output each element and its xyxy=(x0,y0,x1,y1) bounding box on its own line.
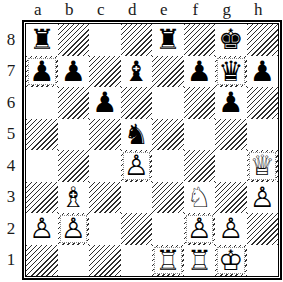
rank-label-3: 3 xyxy=(0,182,22,214)
square-b4[interactable] xyxy=(58,150,90,182)
rank-labels-column: 87654321 xyxy=(0,20,22,280)
square-d6[interactable] xyxy=(121,87,153,119)
black-rook-e8[interactable]: ♜ xyxy=(155,24,180,56)
black-pawn-a7[interactable]: ♟ xyxy=(29,56,54,88)
square-e6[interactable] xyxy=(152,87,184,119)
file-label-a: a xyxy=(22,0,54,20)
square-a7[interactable]: ♟ xyxy=(26,56,58,88)
chess-board-inner-border: ♜♜♚♟♟♝♟♛♟♟♟♞♙♕♗♘♙♙♙♙♙♖♖♔ xyxy=(25,23,279,277)
square-h7[interactable]: ♟ xyxy=(247,56,279,88)
white-pawn-h3[interactable]: ♙ xyxy=(250,182,275,214)
square-d3[interactable] xyxy=(121,182,153,214)
white-rook-f1[interactable]: ♖ xyxy=(187,245,212,277)
square-h1[interactable] xyxy=(247,245,279,277)
black-pawn-f7[interactable]: ♟ xyxy=(187,56,212,88)
black-pawn-g6[interactable]: ♟ xyxy=(218,87,243,119)
square-e4[interactable] xyxy=(152,150,184,182)
black-rook-a8[interactable]: ♜ xyxy=(29,24,54,56)
file-label-h: h xyxy=(243,0,275,20)
square-f5[interactable] xyxy=(184,119,216,151)
square-h5[interactable] xyxy=(247,119,279,151)
white-queen-h4[interactable]: ♕ xyxy=(250,150,275,182)
square-f3[interactable]: ♘ xyxy=(184,182,216,214)
square-e1[interactable]: ♖ xyxy=(152,245,184,277)
square-h4[interactable]: ♕ xyxy=(247,150,279,182)
square-g1[interactable]: ♔ xyxy=(215,245,247,277)
rank-label-8: 8 xyxy=(0,24,22,56)
square-h3[interactable]: ♙ xyxy=(247,182,279,214)
rank-label-7: 7 xyxy=(0,56,22,88)
square-g4[interactable] xyxy=(215,150,247,182)
square-g8[interactable]: ♚ xyxy=(215,24,247,56)
square-g5[interactable] xyxy=(215,119,247,151)
square-c6[interactable]: ♟ xyxy=(89,87,121,119)
square-a1[interactable] xyxy=(26,245,58,277)
square-b8[interactable] xyxy=(58,24,90,56)
rank-label-1: 1 xyxy=(0,245,22,277)
white-pawn-d4[interactable]: ♙ xyxy=(124,150,149,182)
black-pawn-b7[interactable]: ♟ xyxy=(61,56,86,88)
square-e3[interactable] xyxy=(152,182,184,214)
square-a8[interactable]: ♜ xyxy=(26,24,58,56)
square-c2[interactable] xyxy=(89,213,121,245)
square-b5[interactable] xyxy=(58,119,90,151)
square-d1[interactable] xyxy=(121,245,153,277)
black-pawn-h7[interactable]: ♟ xyxy=(250,56,275,88)
square-f8[interactable] xyxy=(184,24,216,56)
square-a5[interactable] xyxy=(26,119,58,151)
file-label-b: b xyxy=(54,0,86,20)
board-area: 87654321 ♜♜♚♟♟♝♟♛♟♟♟♞♙♕♗♘♙♙♙♙♙♖♖♔ xyxy=(0,20,283,280)
black-bishop-d7[interactable]: ♝ xyxy=(124,56,149,88)
square-g3[interactable] xyxy=(215,182,247,214)
square-b3[interactable]: ♗ xyxy=(58,182,90,214)
square-a6[interactable] xyxy=(26,87,58,119)
square-a2[interactable]: ♙ xyxy=(26,213,58,245)
square-g6[interactable]: ♟ xyxy=(215,87,247,119)
square-a3[interactable] xyxy=(26,182,58,214)
white-king-g1[interactable]: ♔ xyxy=(218,245,243,277)
chess-diagram: abcdefgh 87654321 ♜♜♚♟♟♝♟♛♟♟♟♞♙♕♗♘♙♙♙♙♙♖… xyxy=(0,0,283,282)
square-c5[interactable] xyxy=(89,119,121,151)
square-c1[interactable] xyxy=(89,245,121,277)
square-c8[interactable] xyxy=(89,24,121,56)
black-queen-g7[interactable]: ♛ xyxy=(218,56,243,88)
square-b6[interactable] xyxy=(58,87,90,119)
square-c4[interactable] xyxy=(89,150,121,182)
square-b7[interactable]: ♟ xyxy=(58,56,90,88)
square-c3[interactable] xyxy=(89,182,121,214)
square-c7[interactable] xyxy=(89,56,121,88)
chess-board-frame: ♜♜♚♟♟♝♟♛♟♟♟♞♙♕♗♘♙♙♙♙♙♖♖♔ xyxy=(22,20,282,280)
square-f4[interactable] xyxy=(184,150,216,182)
black-king-g8[interactable]: ♚ xyxy=(218,24,243,56)
square-f6[interactable] xyxy=(184,87,216,119)
square-f1[interactable]: ♖ xyxy=(184,245,216,277)
square-e2[interactable] xyxy=(152,213,184,245)
square-h2[interactable] xyxy=(247,213,279,245)
square-b1[interactable] xyxy=(58,245,90,277)
rank-label-6: 6 xyxy=(0,87,22,119)
square-d4[interactable]: ♙ xyxy=(121,150,153,182)
square-h6[interactable] xyxy=(247,87,279,119)
white-knight-f3[interactable]: ♘ xyxy=(187,182,212,214)
square-h8[interactable] xyxy=(247,24,279,56)
square-a4[interactable] xyxy=(26,150,58,182)
file-label-d: d xyxy=(117,0,149,20)
black-pawn-c6[interactable]: ♟ xyxy=(92,87,117,119)
square-g7[interactable]: ♛ xyxy=(215,56,247,88)
white-pawn-a2[interactable]: ♙ xyxy=(29,213,54,245)
rank-label-4: 4 xyxy=(0,150,22,182)
black-knight-d5[interactable]: ♞ xyxy=(124,119,149,151)
file-label-c: c xyxy=(85,0,117,20)
file-label-f: f xyxy=(180,0,212,20)
chess-board: ♜♜♚♟♟♝♟♛♟♟♟♞♙♕♗♘♙♙♙♙♙♖♖♔ xyxy=(26,24,278,276)
file-labels-row: abcdefgh xyxy=(0,0,283,20)
square-d7[interactable]: ♝ xyxy=(121,56,153,88)
square-f7[interactable]: ♟ xyxy=(184,56,216,88)
square-f2[interactable]: ♙ xyxy=(184,213,216,245)
white-pawn-b2[interactable]: ♙ xyxy=(61,213,86,245)
square-e8[interactable]: ♜ xyxy=(152,24,184,56)
white-bishop-b3[interactable]: ♗ xyxy=(61,182,86,214)
square-e7[interactable] xyxy=(152,56,184,88)
square-g2[interactable]: ♙ xyxy=(215,213,247,245)
white-pawn-g2[interactable]: ♙ xyxy=(218,213,243,245)
rank-label-2: 2 xyxy=(0,213,22,245)
white-pawn-f2[interactable]: ♙ xyxy=(187,213,212,245)
square-d5[interactable]: ♞ xyxy=(121,119,153,151)
white-rook-e1[interactable]: ♖ xyxy=(155,245,180,277)
file-label-e: e xyxy=(148,0,180,20)
square-b2[interactable]: ♙ xyxy=(58,213,90,245)
square-d8[interactable] xyxy=(121,24,153,56)
rank-label-5: 5 xyxy=(0,119,22,151)
square-e5[interactable] xyxy=(152,119,184,151)
file-label-g: g xyxy=(211,0,243,20)
square-d2[interactable] xyxy=(121,213,153,245)
